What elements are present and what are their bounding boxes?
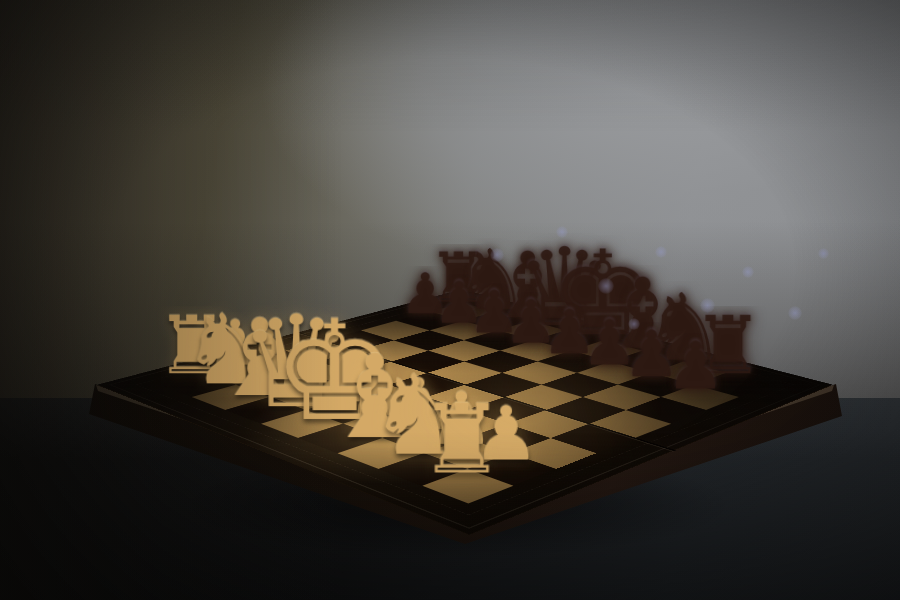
chess-photo-scene: ♜♞♝♛♚♝♞♜♟♟♟♟♟♟♟♟♟♟♟♟♟♟♟♟♜♞♝♛♚♝♞♜ [0,0,900,600]
vignette-overlay [0,0,900,600]
